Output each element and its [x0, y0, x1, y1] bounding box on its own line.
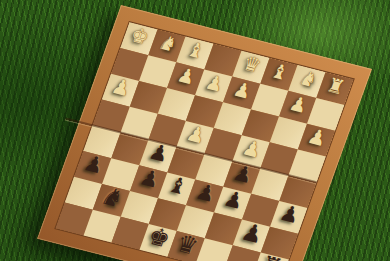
black-rook[interactable]: ♜ [257, 252, 285, 261]
white-bishop[interactable]: ♝ [268, 60, 291, 83]
white-knight[interactable]: ♞ [156, 31, 179, 54]
photo-scene: ♚♞♝♛♝♞♜♟♟♟♟♟♟♟♟♟♟♟♟♝♟♟♟♞♟♚♛♜ [0, 0, 390, 261]
black-bishop[interactable]: ♝ [165, 173, 191, 198]
white-pawn[interactable]: ♟ [287, 93, 310, 116]
white-queen[interactable]: ♛ [240, 53, 263, 76]
black-king[interactable]: ♚ [145, 223, 173, 251]
white-pawn[interactable]: ♟ [231, 79, 254, 102]
white-bishop[interactable]: ♝ [184, 39, 207, 62]
black-pawn[interactable]: ♟ [193, 180, 219, 205]
black-pawn[interactable]: ♟ [277, 202, 303, 227]
black-queen[interactable]: ♛ [173, 231, 201, 259]
black-pawn[interactable]: ♟ [221, 187, 247, 212]
white-pawn[interactable]: ♟ [203, 71, 226, 94]
black-knight[interactable]: ♞ [98, 183, 126, 211]
white-pawn[interactable]: ♟ [305, 125, 329, 149]
black-pawn[interactable]: ♟ [238, 219, 266, 247]
white-pawn[interactable]: ♟ [175, 64, 198, 87]
black-pawn[interactable]: ♟ [137, 166, 163, 191]
white-king[interactable]: ♚ [128, 24, 151, 47]
white-pawn[interactable]: ♟ [240, 137, 264, 161]
white-knight[interactable]: ♞ [296, 67, 319, 90]
black-pawn[interactable]: ♟ [81, 152, 107, 177]
white-pawn[interactable]: ♟ [184, 122, 208, 146]
white-pawn[interactable]: ♟ [109, 75, 133, 99]
white-rook[interactable]: ♜ [324, 74, 347, 97]
